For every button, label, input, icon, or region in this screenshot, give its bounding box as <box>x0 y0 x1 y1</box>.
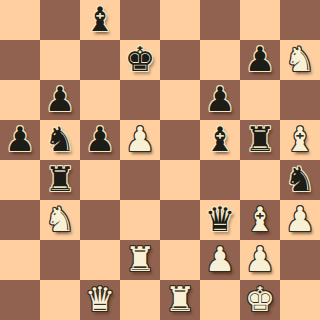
square-b5[interactable]: ♞ <box>40 120 80 160</box>
square-e3[interactable] <box>160 200 200 240</box>
square-g8[interactable] <box>240 0 280 40</box>
square-c6[interactable] <box>80 80 120 120</box>
square-e8[interactable] <box>160 0 200 40</box>
square-a4[interactable] <box>0 160 40 200</box>
square-c4[interactable] <box>80 160 120 200</box>
square-h8[interactable] <box>280 0 320 40</box>
square-e5[interactable] <box>160 120 200 160</box>
piece-black-pawn: ♟ <box>85 119 115 159</box>
square-g2[interactable]: ♟ <box>240 240 280 280</box>
square-f8[interactable] <box>200 0 240 40</box>
square-d8[interactable] <box>120 0 160 40</box>
square-g3[interactable]: ♝ <box>240 200 280 240</box>
square-c8[interactable]: ♝ <box>80 0 120 40</box>
square-g6[interactable] <box>240 80 280 120</box>
square-h7[interactable]: ♞ <box>280 40 320 80</box>
square-b1[interactable] <box>40 280 80 320</box>
square-c7[interactable] <box>80 40 120 80</box>
square-c3[interactable] <box>80 200 120 240</box>
piece-white-knight: ♞ <box>45 199 75 239</box>
square-c2[interactable] <box>80 240 120 280</box>
square-b2[interactable] <box>40 240 80 280</box>
square-a6[interactable] <box>0 80 40 120</box>
square-h2[interactable] <box>280 240 320 280</box>
square-d7[interactable]: ♚ <box>120 40 160 80</box>
square-d4[interactable] <box>120 160 160 200</box>
piece-black-knight: ♞ <box>285 159 315 199</box>
square-c1[interactable]: ♛ <box>80 280 120 320</box>
piece-white-queen: ♛ <box>85 279 115 319</box>
square-d6[interactable] <box>120 80 160 120</box>
square-d5[interactable]: ♟ <box>120 120 160 160</box>
square-f1[interactable] <box>200 280 240 320</box>
square-h5[interactable]: ♝ <box>280 120 320 160</box>
piece-black-queen: ♛ <box>205 199 235 239</box>
square-d3[interactable] <box>120 200 160 240</box>
square-e7[interactable] <box>160 40 200 80</box>
piece-black-rook: ♜ <box>45 159 75 199</box>
piece-black-bishop: ♝ <box>85 0 115 39</box>
piece-white-pawn: ♟ <box>125 119 155 159</box>
piece-black-bishop: ♝ <box>205 119 235 159</box>
square-d2[interactable]: ♜ <box>120 240 160 280</box>
square-g4[interactable] <box>240 160 280 200</box>
piece-white-bishop: ♝ <box>245 199 275 239</box>
square-a5[interactable]: ♟ <box>0 120 40 160</box>
square-f7[interactable] <box>200 40 240 80</box>
square-c5[interactable]: ♟ <box>80 120 120 160</box>
square-a1[interactable] <box>0 280 40 320</box>
chess-board: ♝♚♟♞♟♟♟♞♟♟♝♜♝♜♞♞♛♝♟♜♟♟♛♜♚ <box>0 0 320 320</box>
square-h1[interactable] <box>280 280 320 320</box>
square-a3[interactable] <box>0 200 40 240</box>
square-a7[interactable] <box>0 40 40 80</box>
square-h4[interactable]: ♞ <box>280 160 320 200</box>
piece-black-rook: ♜ <box>245 119 275 159</box>
piece-white-pawn: ♟ <box>205 239 235 279</box>
square-e4[interactable] <box>160 160 200 200</box>
square-b7[interactable] <box>40 40 80 80</box>
square-f2[interactable]: ♟ <box>200 240 240 280</box>
piece-black-knight: ♞ <box>45 119 75 159</box>
square-a8[interactable] <box>0 0 40 40</box>
square-g1[interactable]: ♚ <box>240 280 280 320</box>
square-f3[interactable]: ♛ <box>200 200 240 240</box>
square-f6[interactable]: ♟ <box>200 80 240 120</box>
square-h6[interactable] <box>280 80 320 120</box>
square-b3[interactable]: ♞ <box>40 200 80 240</box>
piece-black-pawn: ♟ <box>245 39 275 79</box>
square-h3[interactable]: ♟ <box>280 200 320 240</box>
square-e6[interactable] <box>160 80 200 120</box>
square-g5[interactable]: ♜ <box>240 120 280 160</box>
piece-white-rook: ♜ <box>125 239 155 279</box>
piece-white-bishop: ♝ <box>285 119 315 159</box>
square-d1[interactable] <box>120 280 160 320</box>
square-e1[interactable]: ♜ <box>160 280 200 320</box>
piece-black-pawn: ♟ <box>5 119 35 159</box>
piece-white-pawn: ♟ <box>245 239 275 279</box>
piece-black-pawn: ♟ <box>205 79 235 119</box>
square-a2[interactable] <box>0 240 40 280</box>
piece-white-knight: ♞ <box>285 39 315 79</box>
square-f5[interactable]: ♝ <box>200 120 240 160</box>
piece-white-rook: ♜ <box>165 279 195 319</box>
piece-white-king: ♚ <box>245 279 275 319</box>
piece-black-king: ♚ <box>125 39 155 79</box>
square-b6[interactable]: ♟ <box>40 80 80 120</box>
square-b8[interactable] <box>40 0 80 40</box>
piece-white-pawn: ♟ <box>285 199 315 239</box>
square-g7[interactable]: ♟ <box>240 40 280 80</box>
square-b4[interactable]: ♜ <box>40 160 80 200</box>
square-f4[interactable] <box>200 160 240 200</box>
piece-black-pawn: ♟ <box>45 79 75 119</box>
square-e2[interactable] <box>160 240 200 280</box>
